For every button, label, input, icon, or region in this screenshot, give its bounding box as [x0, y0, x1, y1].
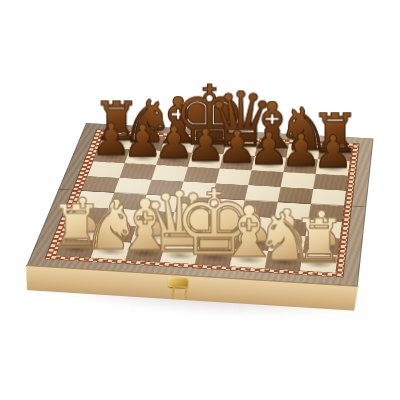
brass-clasp	[164, 276, 191, 302]
piece-bP-h7[interactable]: ♟	[312, 134, 352, 170]
chess-set-scene: ♜♞♝♚♛♝♞♜♟♟♟♟♟♟♟♟♟♟♟♟♟♟♟♟♜♞♝♛♚♝♞♜	[56, 43, 366, 353]
square-h6[interactable]	[313, 174, 348, 191]
board-grid: ♜♞♝♚♛♝♞♜♟♟♟♟♟♟♟♟♟♟♟♟♟♟♟♟♜♞♝♛♚♝♞♜	[56, 134, 351, 273]
piece-wR-h1[interactable]: ♜	[291, 217, 346, 266]
square-h1[interactable]: ♜	[300, 253, 338, 273]
decorative-checkered-border: ♜♞♝♚♛♝♞♜♟♟♟♟♟♟♟♟♟♟♟♟♟♟♟♟♜♞♝♛♚♝♞♜	[44, 129, 359, 277]
clasp-loop-icon	[172, 285, 187, 303]
chess-board: ♜♞♝♚♛♝♞♜♟♟♟♟♟♟♟♟♟♟♟♟♟♟♟♟♜♞♝♛♚♝♞♜	[27, 123, 374, 286]
square-h7[interactable]: ♟	[316, 160, 350, 176]
product-photo: ♜♞♝♚♛♝♞♜♟♟♟♟♟♟♟♟♟♟♟♟♟♟♟♟♜♞♝♛♚♝♞♜	[0, 0, 400, 400]
